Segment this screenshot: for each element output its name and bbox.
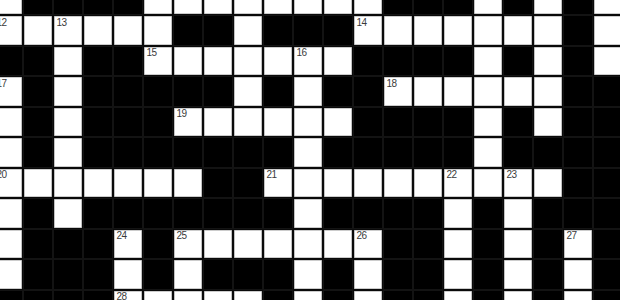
white-cell-r2-c18[interactable] [533, 46, 563, 77]
white-cell-r4-c16[interactable] [473, 107, 503, 138]
white-cell-r6-c18[interactable] [533, 168, 563, 199]
white-cell-r5-c0[interactable] [0, 137, 23, 168]
white-cell-r2-c8[interactable] [233, 46, 263, 77]
black-cell-r4-c4 [113, 107, 143, 138]
black-cell-r0-c17 [503, 0, 533, 15]
black-cell-r5-c17 [503, 137, 533, 168]
white-cell-r8-c12[interactable]: 26 [353, 229, 383, 260]
black-cell-r4-c17 [503, 107, 533, 138]
black-cell-r9-c16 [473, 259, 503, 290]
black-cell-r8-c20 [593, 229, 620, 260]
black-cell-r10-c18 [533, 290, 563, 300]
white-cell-r9-c15[interactable] [443, 259, 473, 290]
black-cell-r8-c2 [53, 229, 83, 260]
black-cell-r1-c7 [203, 15, 233, 46]
white-cell-r4-c0[interactable] [0, 107, 23, 138]
black-cell-r0-c4 [113, 0, 143, 15]
clue-number-19: 19 [177, 108, 187, 119]
white-cell-r6-c13[interactable] [383, 168, 413, 199]
black-cell-r10-c11 [323, 290, 353, 300]
white-cell-r2-c11[interactable] [323, 46, 353, 77]
black-cell-r7-c16 [473, 198, 503, 229]
black-cell-r10-c0 [0, 290, 23, 300]
white-cell-r3-c2[interactable] [53, 76, 83, 107]
white-cell-r1-c20[interactable] [593, 15, 620, 46]
white-cell-r0-c7[interactable] [203, 0, 233, 15]
clue-number-20: 20 [0, 169, 7, 180]
white-cell-r0-c18[interactable] [533, 0, 563, 15]
black-cell-r4-c1 [23, 107, 53, 138]
black-cell-r3-c1 [23, 76, 53, 107]
black-cell-r2-c19 [563, 46, 593, 77]
black-cell-r5-c4 [113, 137, 143, 168]
white-cell-r6-c9[interactable]: 21 [263, 168, 293, 199]
black-cell-r9-c20 [593, 259, 620, 290]
white-cell-r1-c3[interactable] [83, 15, 113, 46]
white-cell-r1-c15[interactable] [443, 15, 473, 46]
white-cell-r0-c10[interactable] [293, 0, 323, 15]
white-cell-r9-c12[interactable] [353, 259, 383, 290]
black-cell-r8-c5 [143, 229, 173, 260]
white-cell-r6-c0[interactable]: 20 [0, 168, 23, 199]
black-cell-r4-c13 [383, 107, 413, 138]
black-cell-r2-c13 [383, 46, 413, 77]
white-cell-r1-c18[interactable] [533, 15, 563, 46]
black-cell-r7-c14 [413, 198, 443, 229]
white-cell-r4-c18[interactable] [533, 107, 563, 138]
black-cell-r10-c1 [23, 290, 53, 300]
black-cell-r8-c14 [413, 229, 443, 260]
white-cell-r2-c6[interactable] [173, 46, 203, 77]
clue-number-17: 17 [0, 78, 7, 89]
white-cell-r6-c16[interactable] [473, 168, 503, 199]
white-cell-r8-c9[interactable] [263, 229, 293, 260]
black-cell-r4-c15 [443, 107, 473, 138]
black-cell-r10-c9 [263, 290, 293, 300]
white-cell-r7-c2[interactable] [53, 198, 83, 229]
black-cell-r5-c11 [323, 137, 353, 168]
black-cell-r3-c3 [83, 76, 113, 107]
black-cell-r3-c5 [143, 76, 173, 107]
white-cell-r2-c9[interactable] [263, 46, 293, 77]
white-cell-r1-c5[interactable] [143, 15, 173, 46]
white-cell-r1-c8[interactable] [233, 15, 263, 46]
black-cell-r9-c1 [23, 259, 53, 290]
white-cell-r6-c17[interactable]: 23 [503, 168, 533, 199]
white-cell-r8-c11[interactable] [323, 229, 353, 260]
black-cell-r1-c19 [563, 15, 593, 46]
black-cell-r9-c11 [323, 259, 353, 290]
black-cell-r5-c3 [83, 137, 113, 168]
black-cell-r7-c11 [323, 198, 353, 229]
black-cell-r6-c8 [233, 168, 263, 199]
black-cell-r5-c7 [203, 137, 233, 168]
white-cell-r1-c2[interactable]: 13 [53, 15, 83, 46]
white-cell-r3-c8[interactable] [233, 76, 263, 107]
black-cell-r2-c14 [413, 46, 443, 77]
white-cell-r3-c10[interactable] [293, 76, 323, 107]
white-cell-r6-c4[interactable] [113, 168, 143, 199]
white-cell-r8-c8[interactable] [233, 229, 263, 260]
white-cell-r0-c6[interactable] [173, 0, 203, 15]
white-cell-r7-c15[interactable] [443, 198, 473, 229]
black-cell-r2-c12 [353, 46, 383, 77]
black-cell-r5-c15 [443, 137, 473, 168]
white-cell-r9-c4[interactable] [113, 259, 143, 290]
white-cell-r0-c5[interactable] [143, 0, 173, 15]
black-cell-r0-c1 [23, 0, 53, 15]
white-cell-r10-c19[interactable] [563, 290, 593, 300]
black-cell-r7-c4 [113, 198, 143, 229]
black-cell-r2-c17 [503, 46, 533, 77]
white-cell-r0-c11[interactable] [323, 0, 353, 15]
black-cell-r9-c7 [203, 259, 233, 290]
white-cell-r1-c1[interactable] [23, 15, 53, 46]
white-cell-r2-c7[interactable] [203, 46, 233, 77]
white-cell-r6-c5[interactable] [143, 168, 173, 199]
white-cell-r6-c12[interactable] [353, 168, 383, 199]
white-cell-r0-c8[interactable] [233, 0, 263, 15]
black-cell-r3-c7 [203, 76, 233, 107]
black-cell-r0-c15 [443, 0, 473, 15]
white-cell-r4-c7[interactable] [203, 107, 233, 138]
black-cell-r5-c20 [593, 137, 620, 168]
black-cell-r3-c9 [263, 76, 293, 107]
black-cell-r5-c8 [233, 137, 263, 168]
black-cell-r9-c14 [413, 259, 443, 290]
black-cell-r9-c2 [53, 259, 83, 290]
white-cell-r6-c14[interactable] [413, 168, 443, 199]
clue-number-25: 25 [177, 230, 187, 241]
black-cell-r7-c13 [383, 198, 413, 229]
black-cell-r10-c2 [53, 290, 83, 300]
crossword-grid: 1213141516171819202122232425262728 [0, 0, 620, 300]
black-cell-r5-c19 [563, 137, 593, 168]
white-cell-r7-c10[interactable] [293, 198, 323, 229]
black-cell-r9-c18 [533, 259, 563, 290]
white-cell-r0-c16[interactable] [473, 0, 503, 15]
black-cell-r5-c13 [383, 137, 413, 168]
white-cell-r2-c16[interactable] [473, 46, 503, 77]
white-cell-r2-c20[interactable] [593, 46, 620, 77]
black-cell-r7-c12 [353, 198, 383, 229]
black-cell-r9-c8 [233, 259, 263, 290]
black-cell-r4-c19 [563, 107, 593, 138]
white-cell-r8-c10[interactable] [293, 229, 323, 260]
white-cell-r2-c2[interactable] [53, 46, 83, 77]
clue-number-21: 21 [267, 169, 277, 180]
black-cell-r1-c10 [293, 15, 323, 46]
black-cell-r5-c14 [413, 137, 443, 168]
white-cell-r1-c4[interactable] [113, 15, 143, 46]
white-cell-r2-c10[interactable]: 16 [293, 46, 323, 77]
black-cell-r2-c15 [443, 46, 473, 77]
black-cell-r10-c16 [473, 290, 503, 300]
black-cell-r3-c6 [173, 76, 203, 107]
clue-number-16: 16 [297, 47, 307, 58]
white-cell-r3-c17[interactable] [503, 76, 533, 107]
black-cell-r7-c5 [143, 198, 173, 229]
white-cell-r10-c12[interactable] [353, 290, 383, 300]
white-cell-r1-c12[interactable]: 14 [353, 15, 383, 46]
white-cell-r8-c6[interactable]: 25 [173, 229, 203, 260]
black-cell-r2-c4 [113, 46, 143, 77]
white-cell-r10-c4[interactable]: 28 [113, 290, 143, 300]
black-cell-r9-c3 [83, 259, 113, 290]
black-cell-r0-c3 [83, 0, 113, 15]
black-cell-r8-c16 [473, 229, 503, 260]
black-cell-r3-c12 [353, 76, 383, 107]
black-cell-r3-c20 [593, 76, 620, 107]
clue-number-14: 14 [357, 17, 367, 28]
clue-number-18: 18 [387, 78, 397, 89]
black-cell-r1-c9 [263, 15, 293, 46]
white-cell-r9-c10[interactable] [293, 259, 323, 290]
white-cell-r3-c18[interactable] [533, 76, 563, 107]
black-cell-r0-c14 [413, 0, 443, 15]
clue-number-26: 26 [357, 230, 367, 241]
black-cell-r7-c8 [233, 198, 263, 229]
black-cell-r8-c13 [383, 229, 413, 260]
black-cell-r1-c6 [173, 15, 203, 46]
white-cell-r2-c5[interactable]: 15 [143, 46, 173, 77]
white-cell-r6-c1[interactable] [23, 168, 53, 199]
black-cell-r2-c3 [83, 46, 113, 77]
black-cell-r0-c19 [563, 0, 593, 15]
black-cell-r7-c9 [263, 198, 293, 229]
white-cell-r1-c17[interactable] [503, 15, 533, 46]
white-cell-r9-c6[interactable] [173, 259, 203, 290]
black-cell-r6-c7 [203, 168, 233, 199]
white-cell-r0-c9[interactable] [263, 0, 293, 15]
white-cell-r8-c15[interactable] [443, 229, 473, 260]
black-cell-r10-c20 [593, 290, 620, 300]
black-cell-r10-c14 [413, 290, 443, 300]
white-cell-r1-c16[interactable] [473, 15, 503, 46]
white-cell-r10-c7[interactable] [203, 290, 233, 300]
black-cell-r3-c19 [563, 76, 593, 107]
black-cell-r6-c20 [593, 168, 620, 199]
black-cell-r3-c4 [113, 76, 143, 107]
white-cell-r3-c0[interactable]: 17 [0, 76, 23, 107]
white-cell-r7-c0[interactable] [0, 198, 23, 229]
black-cell-r6-c19 [563, 168, 593, 199]
white-cell-r3-c15[interactable] [443, 76, 473, 107]
white-cell-r1-c13[interactable] [383, 15, 413, 46]
white-cell-r6-c3[interactable] [83, 168, 113, 199]
black-cell-r7-c7 [203, 198, 233, 229]
black-cell-r9-c5 [143, 259, 173, 290]
white-cell-r5-c10[interactable] [293, 137, 323, 168]
black-cell-r9-c9 [263, 259, 293, 290]
white-cell-r4-c6[interactable]: 19 [173, 107, 203, 138]
white-cell-r10-c15[interactable] [443, 290, 473, 300]
white-cell-r4-c9[interactable] [263, 107, 293, 138]
black-cell-r5-c6 [173, 137, 203, 168]
black-cell-r4-c14 [413, 107, 443, 138]
clue-number-23: 23 [507, 169, 517, 180]
white-cell-r9-c0[interactable] [0, 259, 23, 290]
crossword-viewport: 1213141516171819202122232425262728 [0, 0, 620, 300]
white-cell-r0-c12[interactable] [353, 0, 383, 15]
black-cell-r5-c5 [143, 137, 173, 168]
white-cell-r8-c0[interactable] [0, 229, 23, 260]
black-cell-r2-c1 [23, 46, 53, 77]
clue-number-12: 12 [0, 17, 7, 28]
white-cell-r5-c2[interactable] [53, 137, 83, 168]
clue-number-24: 24 [117, 230, 127, 241]
white-cell-r6-c10[interactable] [293, 168, 323, 199]
white-cell-r10-c8[interactable] [233, 290, 263, 300]
black-cell-r9-c13 [383, 259, 413, 290]
white-cell-r10-c6[interactable] [173, 290, 203, 300]
black-cell-r7-c19 [563, 198, 593, 229]
black-cell-r10-c13 [383, 290, 413, 300]
black-cell-r4-c20 [593, 107, 620, 138]
black-cell-r4-c3 [83, 107, 113, 138]
white-cell-r10-c5[interactable] [143, 290, 173, 300]
black-cell-r7-c20 [593, 198, 620, 229]
clue-number-15: 15 [147, 47, 157, 58]
black-cell-r7-c18 [533, 198, 563, 229]
white-cell-r0-c20[interactable] [593, 0, 620, 15]
black-cell-r7-c3 [83, 198, 113, 229]
white-cell-r9-c17[interactable] [503, 259, 533, 290]
white-cell-r0-c0[interactable] [0, 0, 23, 15]
black-cell-r8-c18 [533, 229, 563, 260]
black-cell-r7-c6 [173, 198, 203, 229]
clue-number-27: 27 [567, 230, 577, 241]
white-cell-r3-c16[interactable] [473, 76, 503, 107]
white-cell-r6-c6[interactable] [173, 168, 203, 199]
clue-number-13: 13 [57, 17, 67, 28]
white-cell-r3-c14[interactable] [413, 76, 443, 107]
white-cell-r8-c17[interactable] [503, 229, 533, 260]
white-cell-r8-c19[interactable]: 27 [563, 229, 593, 260]
white-cell-r9-c19[interactable] [563, 259, 593, 290]
white-cell-r10-c17[interactable] [503, 290, 533, 300]
black-cell-r5-c18 [533, 137, 563, 168]
white-cell-r1-c14[interactable] [413, 15, 443, 46]
white-cell-r3-c13[interactable]: 18 [383, 76, 413, 107]
clue-number-22: 22 [447, 169, 457, 180]
black-cell-r0-c13 [383, 0, 413, 15]
white-cell-r5-c16[interactable] [473, 137, 503, 168]
black-cell-r0-c2 [53, 0, 83, 15]
black-cell-r5-c12 [353, 137, 383, 168]
white-cell-r8-c4[interactable]: 24 [113, 229, 143, 260]
black-cell-r4-c12 [353, 107, 383, 138]
white-cell-r6-c2[interactable] [53, 168, 83, 199]
white-cell-r4-c10[interactable] [293, 107, 323, 138]
white-cell-r10-c10[interactable] [293, 290, 323, 300]
black-cell-r2-c0 [0, 46, 23, 77]
black-cell-r8-c1 [23, 229, 53, 260]
clue-number-28: 28 [117, 291, 127, 300]
white-cell-r4-c8[interactable] [233, 107, 263, 138]
white-cell-r6-c15[interactable]: 22 [443, 168, 473, 199]
black-cell-r3-c11 [323, 76, 353, 107]
black-cell-r5-c1 [23, 137, 53, 168]
white-cell-r6-c11[interactable] [323, 168, 353, 199]
white-cell-r7-c17[interactable] [503, 198, 533, 229]
black-cell-r8-c3 [83, 229, 113, 260]
black-cell-r7-c1 [23, 198, 53, 229]
white-cell-r4-c2[interactable] [53, 107, 83, 138]
white-cell-r4-c11[interactable] [323, 107, 353, 138]
white-cell-r8-c7[interactable] [203, 229, 233, 260]
black-cell-r1-c11 [323, 15, 353, 46]
black-cell-r4-c5 [143, 107, 173, 138]
white-cell-r1-c0[interactable]: 12 [0, 15, 23, 46]
black-cell-r5-c9 [263, 137, 293, 168]
black-cell-r10-c3 [83, 290, 113, 300]
